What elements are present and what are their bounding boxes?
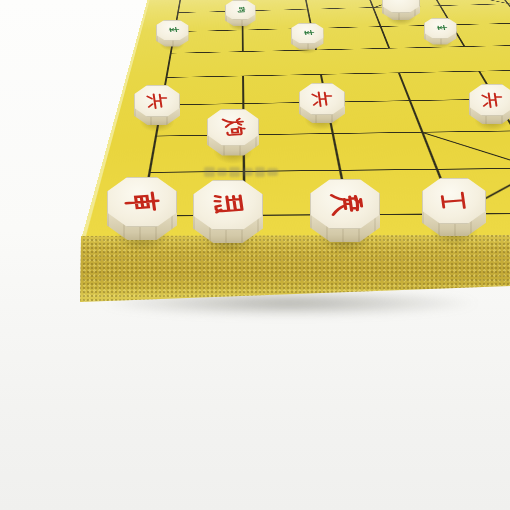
red-soldier[interactable] xyxy=(469,84,510,124)
soldier-character-卒 xyxy=(432,24,448,32)
chariot-character-車 xyxy=(121,187,163,218)
cannon-character-炮 xyxy=(218,116,249,139)
watermark-letter xyxy=(229,167,240,177)
piece-top-face xyxy=(107,177,177,227)
black-soldier[interactable] xyxy=(291,23,324,50)
piece-top-face xyxy=(291,23,324,44)
black-soldier[interactable] xyxy=(156,20,189,47)
watermark-letter xyxy=(255,167,266,177)
red-horse[interactable] xyxy=(193,180,263,243)
watermark xyxy=(204,165,278,179)
red-soldier[interactable] xyxy=(299,83,345,123)
watermark-letter xyxy=(217,168,228,176)
horse-character-馬 xyxy=(207,190,249,221)
black-cannon[interactable] xyxy=(225,0,256,26)
piece-top-face xyxy=(422,178,486,224)
red-elephant[interactable] xyxy=(310,179,380,242)
watermark-letter xyxy=(267,168,278,176)
red-chariot[interactable] xyxy=(107,177,177,240)
elephant-character-象 xyxy=(324,189,366,220)
piece-top-face xyxy=(193,180,263,230)
soldier-character-兵 xyxy=(479,90,505,110)
red-soldier[interactable] xyxy=(134,85,180,125)
advisor-character-士 xyxy=(435,187,472,215)
piece-top-face xyxy=(424,18,457,39)
piece-top-face xyxy=(207,109,259,146)
piece-top-face xyxy=(134,85,180,117)
red-cannon[interactable] xyxy=(207,109,259,156)
soldier-character-兵 xyxy=(309,89,335,109)
black-soldier[interactable] xyxy=(424,18,457,45)
soldier-character-卒 xyxy=(164,26,180,34)
black-unidentified-far-piece-mostly-cropped-by-top-edge-[interactable] xyxy=(382,0,420,20)
red-advisor[interactable] xyxy=(422,178,486,236)
soldier-character-兵 xyxy=(144,91,170,111)
watermark-letter xyxy=(242,168,253,176)
cannon-character-砲 xyxy=(232,6,247,14)
piece-top-face xyxy=(156,20,189,41)
piece-top-face xyxy=(225,0,256,20)
pieces-layer xyxy=(0,0,510,510)
watermark-letter xyxy=(204,167,215,177)
scene xyxy=(0,0,510,510)
piece-top-face xyxy=(310,179,380,229)
soldier-character-卒 xyxy=(299,29,315,37)
piece-top-face xyxy=(299,83,345,115)
